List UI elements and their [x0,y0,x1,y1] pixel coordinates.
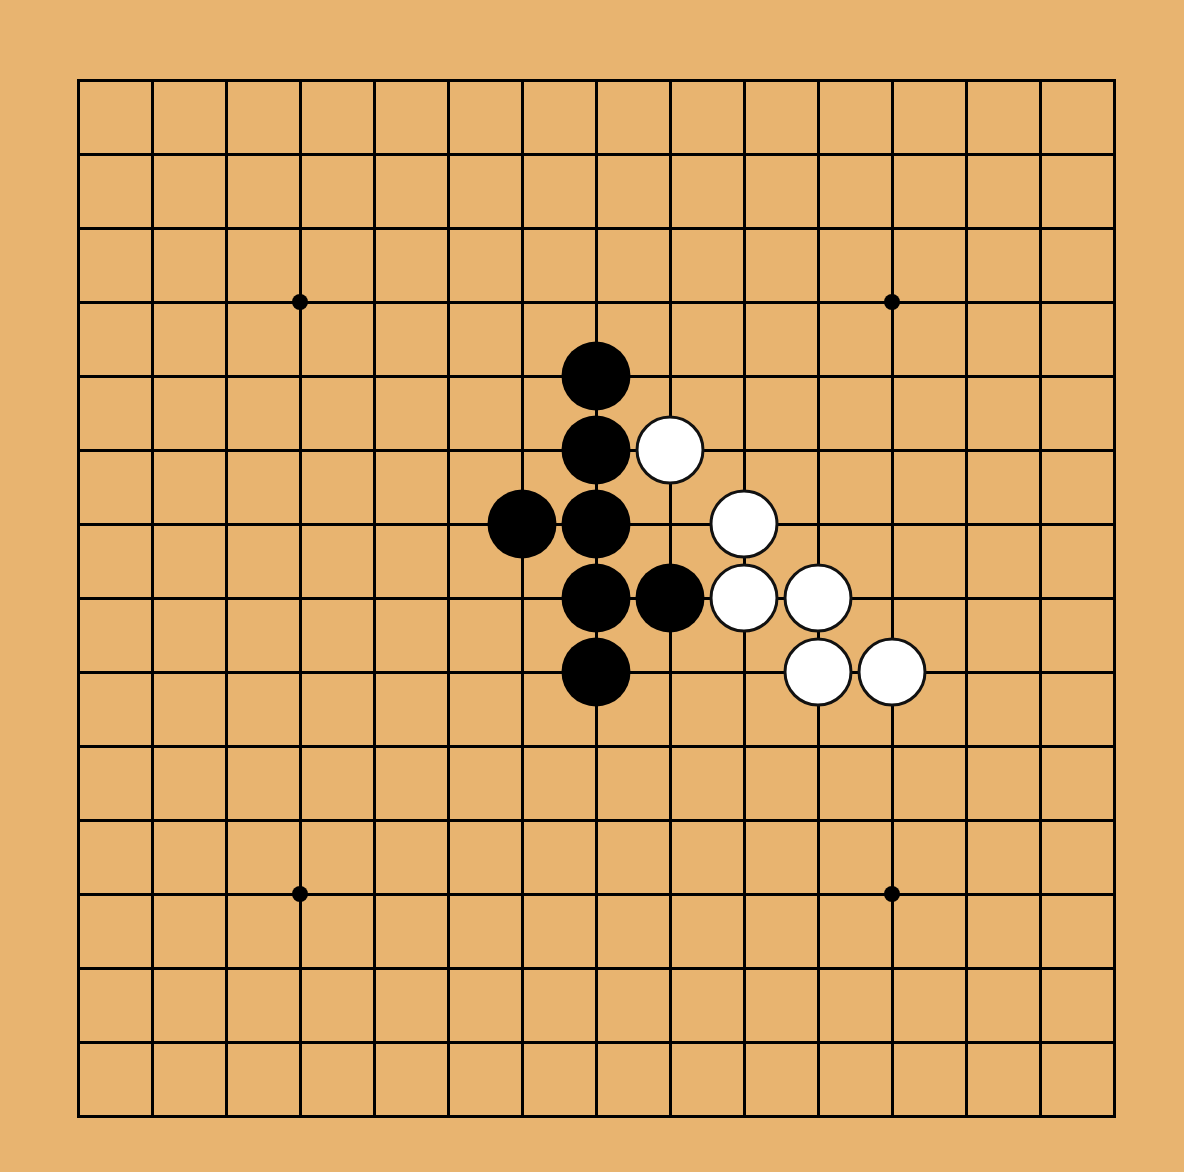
intersection-c14-r3[interactable] [1077,265,1151,339]
intersection-c11-r0[interactable] [855,43,929,117]
intersection-c10-r9[interactable] [781,709,855,783]
gomoku-app-background [0,0,1184,1172]
intersection-c0-r1[interactable] [41,117,115,191]
intersection-c2-r1[interactable] [189,117,263,191]
intersection-c12-r13[interactable] [929,1005,1003,1079]
intersection-c14-r10[interactable] [1077,783,1151,857]
intersection-c1-r11[interactable] [115,857,189,931]
star-point [884,294,900,310]
intersection-c5-r7[interactable] [411,561,485,635]
intersection-c9-r4[interactable] [707,339,781,413]
intersection-c10-r8[interactable] [781,635,855,709]
intersection-c7-r9[interactable] [559,709,633,783]
intersection-c0-r13[interactable] [41,1005,115,1079]
intersection-c9-r7[interactable] [707,561,781,635]
intersection-c10-r6[interactable] [781,487,855,561]
intersection-c4-r9[interactable] [337,709,411,783]
intersection-c8-r3[interactable] [633,265,707,339]
black-stone [636,564,705,633]
intersection-c12-r2[interactable] [929,191,1003,265]
intersection-c11-r14[interactable] [855,1079,929,1153]
intersection-c2-r2[interactable] [189,191,263,265]
intersection-c7-r11[interactable] [559,857,633,931]
intersection-c14-r13[interactable] [1077,1005,1151,1079]
intersection-c13-r8[interactable] [1003,635,1077,709]
intersection-c2-r6[interactable] [189,487,263,561]
intersection-c12-r12[interactable] [929,931,1003,1005]
intersection-c0-r3[interactable] [41,265,115,339]
intersection-c8-r13[interactable] [633,1005,707,1079]
intersection-c5-r1[interactable] [411,117,485,191]
intersection-c8-r7[interactable] [633,561,707,635]
intersection-c1-r4[interactable] [115,339,189,413]
intersection-c9-r2[interactable] [707,191,781,265]
intersection-c2-r5[interactable] [189,413,263,487]
intersection-c6-r3[interactable] [485,265,559,339]
intersection-c10-r13[interactable] [781,1005,855,1079]
intersection-c6-r9[interactable] [485,709,559,783]
intersection-c0-r7[interactable] [41,561,115,635]
intersection-c13-r11[interactable] [1003,857,1077,931]
intersection-c9-r10[interactable] [707,783,781,857]
intersection-c5-r2[interactable] [411,191,485,265]
intersection-c0-r0[interactable] [41,43,115,117]
white-stone [858,638,927,707]
intersection-c13-r13[interactable] [1003,1005,1077,1079]
intersection-c11-r3[interactable] [855,265,929,339]
intersection-c13-r2[interactable] [1003,191,1077,265]
intersection-c8-r5[interactable] [633,413,707,487]
intersection-c8-r14[interactable] [633,1079,707,1153]
intersection-c3-r10[interactable] [263,783,337,857]
intersection-c12-r1[interactable] [929,117,1003,191]
intersection-c11-r5[interactable] [855,413,929,487]
intersection-c8-r0[interactable] [633,43,707,117]
intersection-c7-r1[interactable] [559,117,633,191]
intersection-c0-r8[interactable] [41,635,115,709]
intersection-c12-r6[interactable] [929,487,1003,561]
intersection-c3-r5[interactable] [263,413,337,487]
intersection-c5-r8[interactable] [411,635,485,709]
intersection-c10-r2[interactable] [781,191,855,265]
intersection-c14-r5[interactable] [1077,413,1151,487]
intersection-c11-r10[interactable] [855,783,929,857]
intersection-c6-r10[interactable] [485,783,559,857]
intersection-c8-r8[interactable] [633,635,707,709]
intersection-c6-r6[interactable] [485,487,559,561]
intersection-c6-r5[interactable] [485,413,559,487]
intersection-c2-r9[interactable] [189,709,263,783]
intersection-c14-r14[interactable] [1077,1079,1151,1153]
intersection-c2-r0[interactable] [189,43,263,117]
intersection-c7-r2[interactable] [559,191,633,265]
intersection-c12-r7[interactable] [929,561,1003,635]
intersection-c10-r5[interactable] [781,413,855,487]
intersection-c9-r1[interactable] [707,117,781,191]
intersection-c7-r14[interactable] [559,1079,633,1153]
intersection-c3-r6[interactable] [263,487,337,561]
intersection-c0-r6[interactable] [41,487,115,561]
intersection-c3-r9[interactable] [263,709,337,783]
intersection-c5-r12[interactable] [411,931,485,1005]
intersection-c4-r3[interactable] [337,265,411,339]
intersection-c8-r6[interactable] [633,487,707,561]
intersection-c9-r5[interactable] [707,413,781,487]
intersection-c14-r4[interactable] [1077,339,1151,413]
white-stone [710,564,779,633]
intersection-c7-r8[interactable] [559,635,633,709]
star-point [292,886,308,902]
intersection-c9-r3[interactable] [707,265,781,339]
intersection-c10-r1[interactable] [781,117,855,191]
intersection-c5-r9[interactable] [411,709,485,783]
intersection-c8-r1[interactable] [633,117,707,191]
intersection-c1-r0[interactable] [115,43,189,117]
intersection-c14-r12[interactable] [1077,931,1151,1005]
intersection-c4-r6[interactable] [337,487,411,561]
intersection-c7-r7[interactable] [559,561,633,635]
intersection-c6-r1[interactable] [485,117,559,191]
intersection-c12-r5[interactable] [929,413,1003,487]
intersection-c9-r14[interactable] [707,1079,781,1153]
intersection-c10-r12[interactable] [781,931,855,1005]
intersection-c12-r4[interactable] [929,339,1003,413]
intersection-c3-r11[interactable] [263,857,337,931]
intersection-c9-r8[interactable] [707,635,781,709]
intersection-c11-r9[interactable] [855,709,929,783]
intersection-c7-r10[interactable] [559,783,633,857]
intersection-c6-r12[interactable] [485,931,559,1005]
intersection-c1-r3[interactable] [115,265,189,339]
intersection-c9-r9[interactable] [707,709,781,783]
intersection-c14-r1[interactable] [1077,117,1151,191]
intersection-c12-r11[interactable] [929,857,1003,931]
intersection-c5-r3[interactable] [411,265,485,339]
intersection-c1-r6[interactable] [115,487,189,561]
intersection-c0-r14[interactable] [41,1079,115,1153]
intersection-c1-r7[interactable] [115,561,189,635]
intersection-c0-r12[interactable] [41,931,115,1005]
intersection-c4-r11[interactable] [337,857,411,931]
intersection-c2-r13[interactable] [189,1005,263,1079]
intersection-c1-r9[interactable] [115,709,189,783]
intersection-c7-r13[interactable] [559,1005,633,1079]
intersection-c1-r2[interactable] [115,191,189,265]
intersection-c4-r14[interactable] [337,1079,411,1153]
intersection-c4-r8[interactable] [337,635,411,709]
intersection-c13-r9[interactable] [1003,709,1077,783]
intersection-c11-r7[interactable] [855,561,929,635]
intersection-c1-r12[interactable] [115,931,189,1005]
intersection-c3-r14[interactable] [263,1079,337,1153]
black-stone [562,564,631,633]
white-stone [636,416,705,485]
intersection-c10-r0[interactable] [781,43,855,117]
intersection-c3-r1[interactable] [263,117,337,191]
intersection-c4-r5[interactable] [337,413,411,487]
intersection-c7-r5[interactable] [559,413,633,487]
intersection-c3-r3[interactable] [263,265,337,339]
black-stone [562,416,631,485]
intersection-c14-r2[interactable] [1077,191,1151,265]
intersection-c2-r8[interactable] [189,635,263,709]
intersection-c13-r10[interactable] [1003,783,1077,857]
intersection-c13-r7[interactable] [1003,561,1077,635]
intersection-c9-r12[interactable] [707,931,781,1005]
intersection-c1-r5[interactable] [115,413,189,487]
intersection-c8-r2[interactable] [633,191,707,265]
intersection-c8-r9[interactable] [633,709,707,783]
intersection-c7-r4[interactable] [559,339,633,413]
intersection-c4-r10[interactable] [337,783,411,857]
intersection-c10-r3[interactable] [781,265,855,339]
intersection-c7-r3[interactable] [559,265,633,339]
intersection-c11-r6[interactable] [855,487,929,561]
intersection-c11-r13[interactable] [855,1005,929,1079]
intersection-c4-r7[interactable] [337,561,411,635]
intersection-c11-r2[interactable] [855,191,929,265]
intersection-c8-r11[interactable] [633,857,707,931]
star-point [884,886,900,902]
intersection-c5-r13[interactable] [411,1005,485,1079]
intersection-c12-r8[interactable] [929,635,1003,709]
intersection-c0-r2[interactable] [41,191,115,265]
intersection-c6-r4[interactable] [485,339,559,413]
intersection-c10-r7[interactable] [781,561,855,635]
intersection-c0-r9[interactable] [41,709,115,783]
intersection-c10-r4[interactable] [781,339,855,413]
intersection-c14-r11[interactable] [1077,857,1151,931]
intersection-c5-r10[interactable] [411,783,485,857]
intersection-c5-r11[interactable] [411,857,485,931]
intersection-c4-r4[interactable] [337,339,411,413]
intersection-c5-r4[interactable] [411,339,485,413]
intersection-c13-r14[interactable] [1003,1079,1077,1153]
intersection-c14-r0[interactable] [1077,43,1151,117]
intersection-c14-r6[interactable] [1077,487,1151,561]
intersection-c2-r14[interactable] [189,1079,263,1153]
intersection-c13-r5[interactable] [1003,413,1077,487]
white-stone [710,490,779,559]
intersection-c10-r10[interactable] [781,783,855,857]
intersection-c13-r1[interactable] [1003,117,1077,191]
intersection-c4-r1[interactable] [337,117,411,191]
intersection-c1-r8[interactable] [115,635,189,709]
intersection-c3-r13[interactable] [263,1005,337,1079]
intersection-c5-r0[interactable] [411,43,485,117]
intersection-c8-r4[interactable] [633,339,707,413]
intersection-c14-r7[interactable] [1077,561,1151,635]
intersection-c9-r11[interactable] [707,857,781,931]
intersection-c14-r8[interactable] [1077,635,1151,709]
intersection-c8-r10[interactable] [633,783,707,857]
intersection-c6-r13[interactable] [485,1005,559,1079]
intersection-c5-r6[interactable] [411,487,485,561]
white-stone [784,638,853,707]
intersection-c12-r10[interactable] [929,783,1003,857]
intersection-c3-r4[interactable] [263,339,337,413]
intersection-c3-r12[interactable] [263,931,337,1005]
intersection-c6-r7[interactable] [485,561,559,635]
intersection-c1-r13[interactable] [115,1005,189,1079]
intersection-c4-r0[interactable] [337,43,411,117]
intersection-c1-r10[interactable] [115,783,189,857]
intersection-c13-r0[interactable] [1003,43,1077,117]
intersection-c0-r10[interactable] [41,783,115,857]
intersection-c1-r14[interactable] [115,1079,189,1153]
intersection-c6-r14[interactable] [485,1079,559,1153]
intersection-c11-r4[interactable] [855,339,929,413]
black-stone [562,638,631,707]
black-stone [562,342,631,411]
intersection-c12-r14[interactable] [929,1079,1003,1153]
intersection-c6-r11[interactable] [485,857,559,931]
intersection-c4-r13[interactable] [337,1005,411,1079]
intersection-c6-r8[interactable] [485,635,559,709]
intersection-c8-r12[interactable] [633,931,707,1005]
intersection-c7-r0[interactable] [559,43,633,117]
intersection-c6-r2[interactable] [485,191,559,265]
intersection-c12-r9[interactable] [929,709,1003,783]
white-stone [784,564,853,633]
intersection-c7-r6[interactable] [559,487,633,561]
intersection-c9-r13[interactable] [707,1005,781,1079]
intersection-c13-r3[interactable] [1003,265,1077,339]
intersection-c2-r10[interactable] [189,783,263,857]
intersection-c2-r3[interactable] [189,265,263,339]
intersection-c14-r9[interactable] [1077,709,1151,783]
intersection-c9-r6[interactable] [707,487,781,561]
gomoku-board [41,43,1151,1153]
intersection-c2-r7[interactable] [189,561,263,635]
intersection-c13-r4[interactable] [1003,339,1077,413]
intersection-c3-r8[interactable] [263,635,337,709]
intersection-c3-r2[interactable] [263,191,337,265]
intersection-c2-r12[interactable] [189,931,263,1005]
intersection-c9-r0[interactable] [707,43,781,117]
star-point [292,294,308,310]
intersection-c2-r11[interactable] [189,857,263,931]
intersection-c11-r12[interactable] [855,931,929,1005]
intersection-c4-r12[interactable] [337,931,411,1005]
intersection-c4-r2[interactable] [337,191,411,265]
intersection-c5-r14[interactable] [411,1079,485,1153]
black-stone [488,490,557,559]
intersection-c12-r3[interactable] [929,265,1003,339]
intersection-c11-r11[interactable] [855,857,929,931]
intersection-c12-r0[interactable] [929,43,1003,117]
intersection-c0-r5[interactable] [41,413,115,487]
intersection-c11-r8[interactable] [855,635,929,709]
intersection-c13-r6[interactable] [1003,487,1077,561]
intersection-c7-r12[interactable] [559,931,633,1005]
intersection-c3-r0[interactable] [263,43,337,117]
intersection-c11-r1[interactable] [855,117,929,191]
intersection-c0-r4[interactable] [41,339,115,413]
intersection-c1-r1[interactable] [115,117,189,191]
intersection-c6-r0[interactable] [485,43,559,117]
intersection-c0-r11[interactable] [41,857,115,931]
intersection-c2-r4[interactable] [189,339,263,413]
intersection-c10-r11[interactable] [781,857,855,931]
black-stone [562,490,631,559]
intersection-c3-r7[interactable] [263,561,337,635]
intersection-c13-r12[interactable] [1003,931,1077,1005]
intersection-c5-r5[interactable] [411,413,485,487]
intersection-c10-r14[interactable] [781,1079,855,1153]
